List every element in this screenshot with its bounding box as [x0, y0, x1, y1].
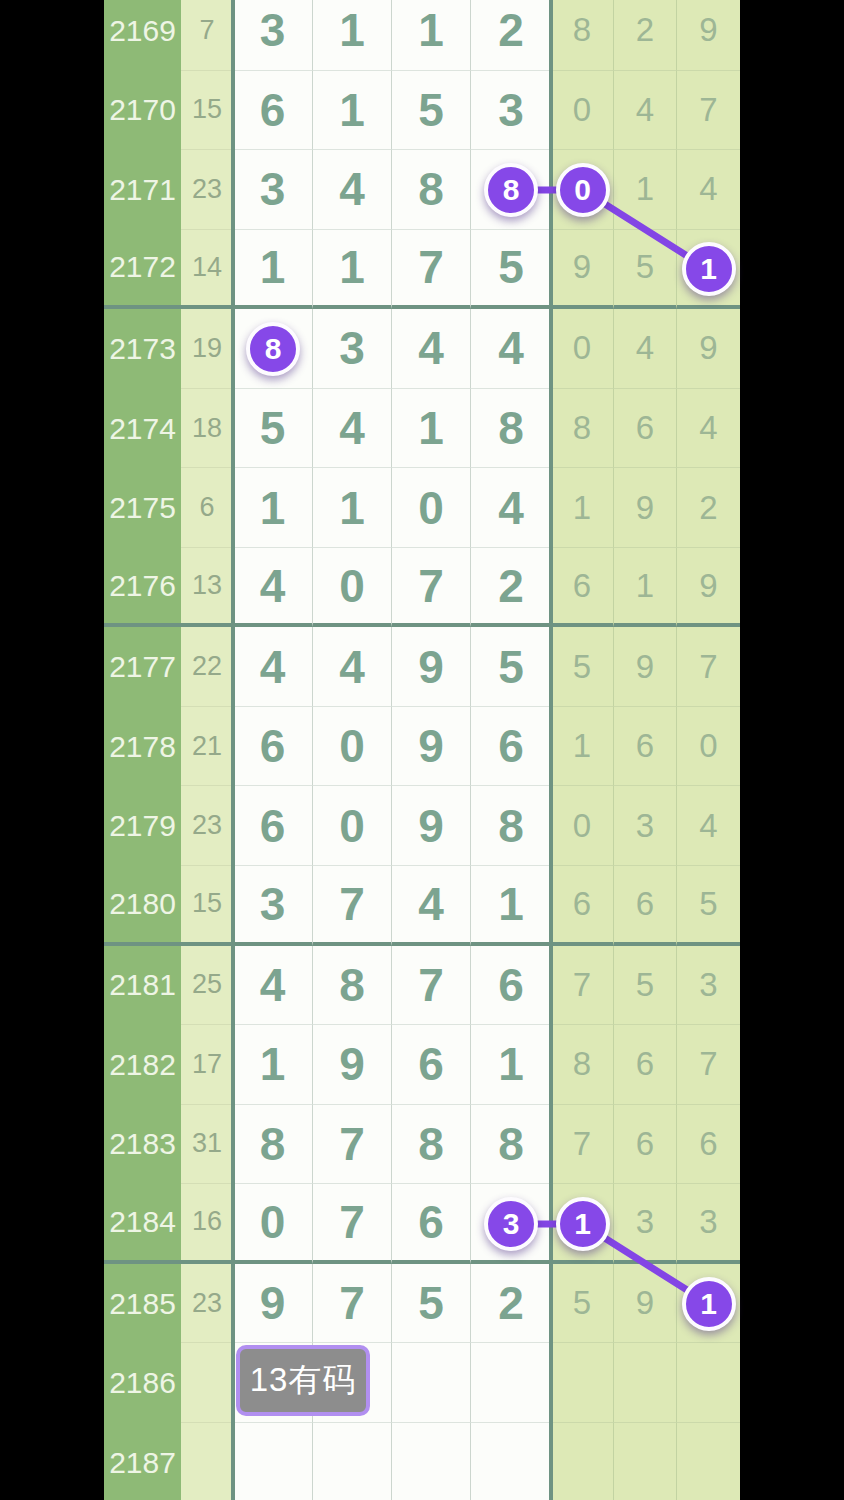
- extra-digit-cell: 1: [551, 707, 614, 787]
- extra-digit-cell: 6: [614, 707, 677, 787]
- sum-cell: 19: [181, 309, 233, 389]
- extra-digit-cell: 1: [551, 468, 614, 548]
- digit-cell: 7: [392, 946, 471, 1026]
- digit-cell: 4: [233, 627, 313, 707]
- digit-cell: 0: [392, 468, 471, 548]
- draw-row: 2179236098034: [104, 786, 740, 866]
- sum-cell: 25: [181, 946, 233, 1026]
- sum-cell: 21: [181, 707, 233, 787]
- sum-cell: 31: [181, 1105, 233, 1185]
- digit-cell: 1: [233, 230, 313, 310]
- sum-cell: 18: [181, 389, 233, 469]
- extra-digit-cell: 1: [614, 548, 677, 628]
- digit-cell: 9: [392, 627, 471, 707]
- digit-cell: 4: [392, 309, 471, 389]
- digit-cell: 1: [392, 0, 471, 71]
- sum-cell: 17: [181, 1025, 233, 1105]
- digit-cell: 0: [313, 548, 392, 628]
- lottery-trend-screen: 2169731128292170156153047217123348801421…: [0, 0, 844, 1500]
- sum-cell: 23: [181, 1264, 233, 1344]
- extra-digit-cell: 6: [677, 1105, 740, 1185]
- highlight-circle: 1: [556, 1197, 610, 1251]
- sum-cell: 16: [181, 1184, 233, 1264]
- period-cell: 2186: [104, 1343, 181, 1423]
- digit-cell: 7: [392, 230, 471, 310]
- highlight-circle: 1: [682, 1277, 736, 1331]
- extra-digit-cell: 0: [677, 707, 740, 787]
- digit-cell: 9: [233, 1264, 313, 1344]
- draw-row: 2183318788766: [104, 1105, 740, 1185]
- extra-digit-cell: 5: [551, 1264, 614, 1344]
- extra-digit-cell: 0: [551, 309, 614, 389]
- draw-row: 2181254876753: [104, 946, 740, 1026]
- sum-cell: 13: [181, 548, 233, 628]
- draw-row: 2186: [104, 1343, 740, 1423]
- digit-cell: 7: [313, 1264, 392, 1344]
- digit-cell: 4: [392, 866, 471, 946]
- digit-cell: 4: [471, 309, 551, 389]
- digit-cell: 9: [392, 707, 471, 787]
- digit-cell: [392, 1423, 471, 1500]
- draw-row: 2173198344049: [104, 309, 740, 389]
- digit-cell: 3: [313, 309, 392, 389]
- digit-cell: 5: [471, 230, 551, 310]
- period-cell: 2182: [104, 1025, 181, 1105]
- period-cell: 2174: [104, 389, 181, 469]
- extra-digit-cell: 3: [677, 946, 740, 1026]
- period-cell: 2184: [104, 1184, 181, 1264]
- period-cell: 2173: [104, 309, 181, 389]
- extra-digit-cell: 6: [614, 1105, 677, 1185]
- extra-digit-cell: 7: [677, 71, 740, 151]
- extra-digit-cell: 4: [677, 786, 740, 866]
- digit-cell: 1: [233, 468, 313, 548]
- digit-cell: 8: [233, 1105, 313, 1185]
- extra-digit-cell: 4: [614, 309, 677, 389]
- extra-digit-cell: 7: [677, 1025, 740, 1105]
- extra-digit-cell: 9: [551, 230, 614, 310]
- sum-cell: [181, 1423, 233, 1500]
- digit-cell: 2: [471, 548, 551, 628]
- draw-row: 2185239752591: [104, 1264, 740, 1344]
- extra-digit-cell: 5: [677, 866, 740, 946]
- digit-cell: 8: [392, 150, 471, 230]
- digit-cell: 1: [471, 866, 551, 946]
- extra-digit-cell: [677, 1343, 740, 1423]
- draw-row: 2176134072619: [104, 548, 740, 628]
- extra-digit-cell: [614, 1343, 677, 1423]
- digit-cell: 4: [313, 389, 392, 469]
- sum-cell: 14: [181, 230, 233, 310]
- digit-cell: 0: [313, 707, 392, 787]
- digit-cell: 7: [313, 1184, 392, 1264]
- digit-cell: 0: [233, 1184, 313, 1264]
- extra-digit-cell: 4: [614, 71, 677, 151]
- digit-cell: 2: [471, 1264, 551, 1344]
- extra-digit-cell: 5: [614, 230, 677, 310]
- period-cell: 2183: [104, 1105, 181, 1185]
- draw-row: 2178216096160: [104, 707, 740, 787]
- draw-row: 217561104192: [104, 468, 740, 548]
- digit-cell: 1: [313, 468, 392, 548]
- trend-chart-board: 2169731128292170156153047217123348801421…: [104, 0, 740, 1500]
- sum-cell: 22: [181, 627, 233, 707]
- extra-digit-cell: 9: [614, 627, 677, 707]
- extra-digit-cell: 7: [551, 1105, 614, 1185]
- highlight-circle: 8: [484, 163, 538, 217]
- digit-cell: [471, 1423, 551, 1500]
- digit-cell: 8: [392, 1105, 471, 1185]
- digit-cell: 2: [471, 0, 551, 71]
- period-cell: 2187: [104, 1423, 181, 1500]
- digit-cell: 8: [471, 389, 551, 469]
- sum-cell: [181, 1343, 233, 1423]
- digit-cell: 6: [233, 71, 313, 151]
- period-cell: 2175: [104, 468, 181, 548]
- digit-cell: 1: [313, 230, 392, 310]
- period-cell: 2185: [104, 1264, 181, 1344]
- extra-digit-cell: 9: [677, 548, 740, 628]
- period-cell: 2176: [104, 548, 181, 628]
- extra-digit-cell: 9: [614, 1264, 677, 1344]
- digit-cell: 5: [471, 627, 551, 707]
- sum-cell: 6: [181, 468, 233, 548]
- digit-cell: 8: [471, 786, 551, 866]
- extra-digit-cell: 9: [677, 0, 740, 71]
- digit-cell: 1: [471, 1025, 551, 1105]
- digit-cell: [233, 1423, 313, 1500]
- draw-rows-container: 2169731128292170156153047217123348801421…: [104, 0, 740, 1500]
- digit-cell: 7: [392, 548, 471, 628]
- sum-cell: 15: [181, 866, 233, 946]
- extra-digit-cell: 7: [677, 627, 740, 707]
- digit-cell: 6: [392, 1025, 471, 1105]
- digit-cell: 4: [313, 150, 392, 230]
- digit-cell: 5: [233, 389, 313, 469]
- digit-cell: [392, 1343, 471, 1423]
- extra-digit-cell: 8: [551, 389, 614, 469]
- period-cell: 2169: [104, 0, 181, 71]
- extra-grid-divider: [549, 0, 553, 1500]
- digit-cell: 5: [392, 71, 471, 151]
- digit-cell: 4: [233, 548, 313, 628]
- digit-cell: 6: [233, 786, 313, 866]
- draw-row: 216973112829: [104, 0, 740, 71]
- period-cell: 2172: [104, 230, 181, 310]
- period-cell: 2180: [104, 866, 181, 946]
- extra-digit-cell: 4: [677, 389, 740, 469]
- extra-digit-cell: 3: [677, 1184, 740, 1264]
- main-grid-left-divider: [231, 0, 235, 1500]
- extra-digit-cell: 9: [677, 309, 740, 389]
- period-cell: 2181: [104, 946, 181, 1026]
- extra-digit-cell: 6: [551, 866, 614, 946]
- digit-cell: 6: [392, 1184, 471, 1264]
- draw-row: 2187: [104, 1423, 740, 1500]
- extra-digit-cell: 6: [614, 1025, 677, 1105]
- sum-cell: 7: [181, 0, 233, 71]
- period-cell: 2171: [104, 150, 181, 230]
- draw-row: 2177224495597: [104, 627, 740, 707]
- period-cell: 2178: [104, 707, 181, 787]
- extra-digit-cell: 2: [677, 468, 740, 548]
- digit-cell: 1: [313, 0, 392, 71]
- digit-cell: 1: [233, 1025, 313, 1105]
- hint-badge: 13有码: [236, 1345, 370, 1416]
- digit-cell: 5: [392, 1264, 471, 1344]
- extra-digit-cell: 5: [614, 946, 677, 1026]
- extra-digit-cell: [677, 1423, 740, 1500]
- extra-digit-cell: 5: [551, 627, 614, 707]
- digit-cell: 1: [392, 389, 471, 469]
- highlight-circle: 1: [682, 242, 736, 296]
- sum-cell: 23: [181, 150, 233, 230]
- extra-digit-cell: 3: [614, 1184, 677, 1264]
- extra-digit-cell: 8: [551, 1025, 614, 1105]
- extra-digit-cell: 2: [614, 0, 677, 71]
- sum-cell: 15: [181, 71, 233, 151]
- digit-cell: 3: [471, 71, 551, 151]
- extra-digit-cell: 6: [551, 548, 614, 628]
- extra-digit-cell: 8: [551, 0, 614, 71]
- digit-cell: 9: [313, 1025, 392, 1105]
- draw-row: 2184160763133: [104, 1184, 740, 1264]
- period-cell: 2179: [104, 786, 181, 866]
- period-cell: 2177: [104, 627, 181, 707]
- digit-cell: 7: [313, 866, 392, 946]
- extra-digit-cell: 1: [614, 150, 677, 230]
- digit-cell: 3: [233, 150, 313, 230]
- extra-digit-cell: 6: [614, 389, 677, 469]
- digit-cell: 8: [313, 946, 392, 1026]
- digit-cell: 8: [471, 1105, 551, 1185]
- draw-row: 2180153741665: [104, 866, 740, 946]
- extra-digit-cell: 3: [614, 786, 677, 866]
- extra-digit-cell: 6: [614, 866, 677, 946]
- draw-row: 2182171961867: [104, 1025, 740, 1105]
- digit-cell: 3: [233, 866, 313, 946]
- digit-cell: 4: [471, 468, 551, 548]
- digit-cell: 6: [471, 946, 551, 1026]
- digit-cell: 9: [392, 786, 471, 866]
- digit-cell: 0: [313, 786, 392, 866]
- extra-digit-cell: [551, 1423, 614, 1500]
- extra-digit-cell: 0: [551, 71, 614, 151]
- sum-cell: 23: [181, 786, 233, 866]
- draw-row: 2174185418864: [104, 389, 740, 469]
- highlight-circle: 8: [246, 322, 300, 376]
- highlight-circle: 3: [484, 1197, 538, 1251]
- digit-cell: 6: [471, 707, 551, 787]
- period-cell: 2170: [104, 71, 181, 151]
- digit-cell: 6: [233, 707, 313, 787]
- digit-cell: [313, 1423, 392, 1500]
- draw-row: 2172141175951: [104, 230, 740, 310]
- extra-digit-cell: [614, 1423, 677, 1500]
- draw-row: 2171233488014: [104, 150, 740, 230]
- digit-cell: 1: [313, 71, 392, 151]
- extra-digit-cell: 7: [551, 946, 614, 1026]
- extra-digit-cell: 9: [614, 468, 677, 548]
- extra-digit-cell: 4: [677, 150, 740, 230]
- highlight-circle: 0: [556, 163, 610, 217]
- digit-cell: 4: [313, 627, 392, 707]
- draw-row: 2170156153047: [104, 71, 740, 151]
- digit-cell: 7: [313, 1105, 392, 1185]
- extra-digit-cell: [551, 1343, 614, 1423]
- digit-cell: 3: [233, 0, 313, 71]
- digit-cell: 4: [233, 946, 313, 1026]
- extra-digit-cell: 0: [551, 786, 614, 866]
- digit-cell: [471, 1343, 551, 1423]
